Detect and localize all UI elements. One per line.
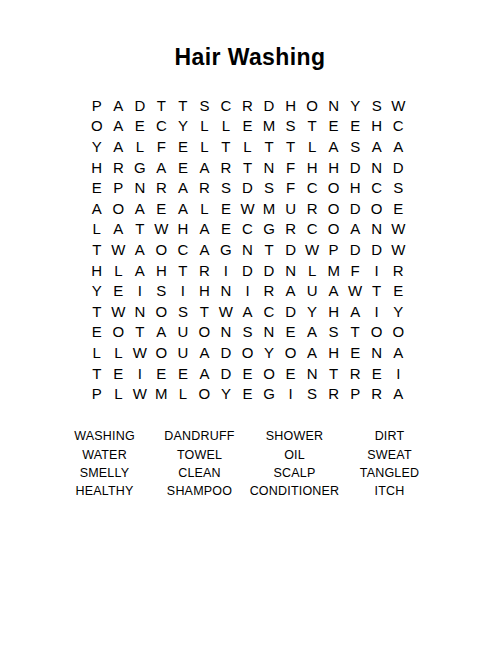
grid-cell-r2c9: M [258,116,280,137]
grid-cell-r7c3: T [129,219,151,240]
grid-cell-r12c15: O [387,322,409,343]
grid-cell-r14c11: N [301,363,323,384]
grid-cell-r1c9: D [258,95,280,116]
grid-cell-r3c4: F [151,136,173,157]
grid-cell-r8c15: W [387,239,409,260]
grid-cell-r7c2: A [108,219,130,240]
grid-cell-r5c8: D [237,177,259,198]
grid-cell-r6c5: A [172,198,194,219]
grid-cell-r5c14: C [366,177,388,198]
grid-cell-r6c15: E [387,198,409,219]
grid-cell-r11c4: O [151,301,173,322]
grid-cell-r8c14: D [366,239,388,260]
grid-cell-r11c12: H [323,301,345,322]
grid-cell-r7c10: R [280,219,302,240]
grid-cell-r6c12: O [323,198,345,219]
grid-cell-r9c5: T [172,260,194,281]
word-list-item-tangled: TANGLED [342,464,437,482]
grid-cell-r12c7: N [215,322,237,343]
grid-cell-r15c5: L [172,383,194,404]
grid-cell-r13c5: U [172,342,194,363]
grid-cell-r15c9: G [258,383,280,404]
grid-cell-r3c10: T [280,136,302,157]
grid-cell-r7c12: O [323,219,345,240]
word-list-item-shampoo: SHAMPOO [152,482,247,500]
grid-cell-r3c7: T [215,136,237,157]
word-list-item-oil: OIL [247,445,342,463]
grid-cell-r1c3: D [129,95,151,116]
grid-cell-r10c13: W [344,280,366,301]
grid-cell-r14c1: T [86,363,108,384]
grid-cell-r13c3: W [129,342,151,363]
grid-cell-r4c9: N [258,157,280,178]
grid-cell-r1c4: T [151,95,173,116]
grid-cell-r2c5: Y [172,116,194,137]
grid-cell-r7c1: L [86,219,108,240]
grid-cell-r9c12: M [323,260,345,281]
grid-cell-r13c14: N [366,342,388,363]
grid-cell-r6c7: E [215,198,237,219]
grid-cell-r1c5: T [172,95,194,116]
grid-cell-r15c3: W [129,383,151,404]
grid-cell-r8c10: D [280,239,302,260]
grid-cell-r8c9: T [258,239,280,260]
word-list-item-smelly: SMELLY [57,464,152,482]
grid-cell-r6c2: O [108,198,130,219]
grid-cell-r15c14: R [366,383,388,404]
grid-cell-r6c14: O [366,198,388,219]
grid-cell-r10c8: I [237,280,259,301]
grid-cell-r3c13: S [344,136,366,157]
grid-cell-r8c8: N [237,239,259,260]
grid-cell-r7c15: W [387,219,409,240]
word-list-item-scalp: SCALP [247,464,342,482]
grid-cell-r5c5: A [172,177,194,198]
grid-cell-r4c2: R [108,157,130,178]
grid-cell-r10c6: H [194,280,216,301]
grid-cell-r2c1: O [86,116,108,137]
grid-cell-r4c7: R [215,157,237,178]
grid-cell-r1c1: P [86,95,108,116]
grid-cell-r7c9: G [258,219,280,240]
grid-cell-r11c10: D [280,301,302,322]
grid-cell-r2c2: A [108,116,130,137]
grid-cell-r9c15: R [387,260,409,281]
grid-cell-r4c14: N [366,157,388,178]
word-list-item-dirt: DIRT [342,427,437,445]
grid-cell-r5c10: F [280,177,302,198]
grid-cell-r11c1: T [86,301,108,322]
grid-cell-r9c11: L [301,260,323,281]
grid-cell-r10c7: N [215,280,237,301]
grid-cell-r10c5: I [172,280,194,301]
grid-cell-r2c7: L [215,116,237,137]
grid-cell-r15c15: A [387,383,409,404]
word-list-item-water: WATER [57,445,152,463]
grid-cell-r14c13: R [344,363,366,384]
grid-cell-r7c13: A [344,219,366,240]
grid-cell-r7c5: H [172,219,194,240]
grid-cell-r3c11: L [301,136,323,157]
grid-cell-r3c9: T [258,136,280,157]
grid-cell-r3c5: E [172,136,194,157]
grid-cell-r5c2: P [108,177,130,198]
grid-cell-r14c12: T [323,363,345,384]
grid-cell-r13c13: E [344,342,366,363]
word-list-item-shower: SHOWER [247,427,342,445]
grid-cell-r15c7: Y [215,383,237,404]
grid-cell-r10c3: I [129,280,151,301]
grid-cell-r5c13: H [344,177,366,198]
grid-cell-r9c9: D [258,260,280,281]
grid-cell-r6c10: U [280,198,302,219]
grid-cell-r9c7: I [215,260,237,281]
grid-cell-r12c14: O [366,322,388,343]
grid-cell-r13c9: Y [258,342,280,363]
grid-cell-r3c3: L [129,136,151,157]
grid-cell-r11c15: Y [387,301,409,322]
grid-cell-r1c8: R [237,95,259,116]
grid-cell-r6c13: D [344,198,366,219]
grid-cell-r12c12: S [323,322,345,343]
grid-cell-r13c1: L [86,342,108,363]
grid-cell-r4c6: A [194,157,216,178]
puzzle-title: Hair Washing [0,44,500,71]
grid-cell-r9c13: F [344,260,366,281]
grid-cell-r5c1: E [86,177,108,198]
grid-cell-r13c11: A [301,342,323,363]
grid-cell-r14c15: I [387,363,409,384]
word-list-item-sweat: SWEAT [342,445,437,463]
grid-cell-r13c2: L [108,342,130,363]
grid-cell-r14c8: E [237,363,259,384]
grid-cell-r7c11: C [301,219,323,240]
grid-cell-r3c15: A [387,136,409,157]
grid-cell-r8c5: C [172,239,194,260]
grid-cell-r5c11: C [301,177,323,198]
grid-cell-r15c6: O [194,383,216,404]
word-list-item-itch: ITCH [342,482,437,500]
grid-cell-r1c13: Y [344,95,366,116]
grid-cell-r13c6: A [194,342,216,363]
grid-cell-r10c12: A [323,280,345,301]
grid-cell-r8c7: G [215,239,237,260]
grid-cell-r13c7: D [215,342,237,363]
grid-cell-r15c13: P [344,383,366,404]
grid-cell-r1c15: W [387,95,409,116]
grid-cell-r7c8: C [237,219,259,240]
grid-cell-r1c2: A [108,95,130,116]
grid-cell-r15c4: M [151,383,173,404]
grid-cell-r1c11: O [301,95,323,116]
grid-cell-r8c2: W [108,239,130,260]
grid-cell-r5c6: R [194,177,216,198]
grid-cell-r6c3: A [129,198,151,219]
grid-cell-r7c7: E [215,219,237,240]
grid-cell-r9c14: I [366,260,388,281]
grid-cell-r2c3: E [129,116,151,137]
grid-cell-r12c9: N [258,322,280,343]
grid-cell-r14c3: I [129,363,151,384]
grid-cell-r2c14: H [366,116,388,137]
grid-cell-r15c10: I [280,383,302,404]
word-list-item-conditioner: CONDITIONER [247,482,342,500]
grid-cell-r14c14: E [366,363,388,384]
grid-cell-r2c10: S [280,116,302,137]
grid-cell-r9c8: D [237,260,259,281]
grid-cell-r5c7: S [215,177,237,198]
grid-cell-r5c12: O [323,177,345,198]
grid-cell-r11c7: W [215,301,237,322]
grid-cell-r10c11: U [301,280,323,301]
grid-cell-r4c15: D [387,157,409,178]
grid-cell-r9c6: R [194,260,216,281]
grid-cell-r12c3: T [129,322,151,343]
grid-cell-r1c7: C [215,95,237,116]
grid-cell-r11c6: T [194,301,216,322]
grid-cell-r8c4: O [151,239,173,260]
grid-cell-r7c14: N [366,219,388,240]
grid-cell-r6c1: A [86,198,108,219]
grid-cell-r3c8: L [237,136,259,157]
grid-cell-r3c12: A [323,136,345,157]
grid-cell-r15c12: R [323,383,345,404]
word-list: WASHINGDANDRUFFSHOWERDIRTWATERTOWELOILSW… [57,427,437,501]
grid-cell-r9c2: L [108,260,130,281]
grid-cell-r12c4: A [151,322,173,343]
grid-cell-r10c2: E [108,280,130,301]
grid-cell-r3c1: Y [86,136,108,157]
grid-cell-r12c5: U [172,322,194,343]
grid-cell-r15c2: L [108,383,130,404]
grid-cell-r11c5: S [172,301,194,322]
grid-cell-r6c11: R [301,198,323,219]
grid-cell-r4c5: E [172,157,194,178]
grid-cell-r5c3: N [129,177,151,198]
grid-cell-r3c14: A [366,136,388,157]
grid-cell-r4c10: F [280,157,302,178]
grid-cell-r3c2: A [108,136,130,157]
grid-cell-r1c12: N [323,95,345,116]
grid-cell-r6c9: M [258,198,280,219]
grid-cell-r6c6: L [194,198,216,219]
grid-cell-r5c15: S [387,177,409,198]
grid-cell-r11c9: C [258,301,280,322]
grid-cell-r3c6: L [194,136,216,157]
grid-cell-r9c10: N [280,260,302,281]
grid-cell-r12c6: O [194,322,216,343]
grid-cell-r1c14: S [366,95,388,116]
grid-cell-r14c5: E [172,363,194,384]
grid-cell-r1c10: H [280,95,302,116]
grid-cell-r14c7: D [215,363,237,384]
grid-cell-r9c1: H [86,260,108,281]
grid-cell-r9c3: A [129,260,151,281]
grid-cell-r2c8: E [237,116,259,137]
grid-cell-r13c8: O [237,342,259,363]
grid-cell-r1c6: S [194,95,216,116]
word-list-item-healthy: HEALTHY [57,482,152,500]
grid-cell-r5c9: S [258,177,280,198]
grid-cell-r4c4: A [151,157,173,178]
grid-cell-r15c11: S [301,383,323,404]
grid-cell-r13c12: H [323,342,345,363]
grid-cell-r12c1: E [86,322,108,343]
grid-cell-r9c4: H [151,260,173,281]
grid-cell-r12c13: T [344,322,366,343]
grid-cell-r10c1: Y [86,280,108,301]
grid-cell-r12c8: S [237,322,259,343]
word-list-item-washing: WASHING [57,427,152,445]
grid-cell-r8c1: T [86,239,108,260]
grid-cell-r4c11: H [301,157,323,178]
grid-cell-r10c15: E [387,280,409,301]
grid-cell-r14c4: E [151,363,173,384]
grid-cell-r2c11: T [301,116,323,137]
grid-cell-r8c6: A [194,239,216,260]
grid-cell-r15c1: P [86,383,108,404]
grid-cell-r10c14: T [366,280,388,301]
grid-cell-r15c8: E [237,383,259,404]
grid-cell-r7c6: A [194,219,216,240]
grid-cell-r2c4: C [151,116,173,137]
grid-cell-r4c13: D [344,157,366,178]
grid-cell-r12c11: A [301,322,323,343]
grid-cell-r10c10: A [280,280,302,301]
grid-cell-r4c1: H [86,157,108,178]
word-list-item-dandruff: DANDRUFF [152,427,247,445]
grid-cell-r2c15: C [387,116,409,137]
grid-cell-r13c15: A [387,342,409,363]
word-search-page: Hair Washing PADTTSCRDHONYSWOAECYLLEMSTE… [0,0,500,647]
grid-cell-r4c8: T [237,157,259,178]
grid-cell-r10c9: R [258,280,280,301]
grid-cell-r10c4: S [151,280,173,301]
grid-cell-r13c4: O [151,342,173,363]
grid-cell-r4c12: H [323,157,345,178]
grid-cell-r14c2: E [108,363,130,384]
grid-cell-r14c9: O [258,363,280,384]
grid-cell-r12c2: O [108,322,130,343]
grid-cell-r11c14: I [366,301,388,322]
grid-cell-r8c11: W [301,239,323,260]
grid-cell-r11c3: N [129,301,151,322]
word-list-item-clean: CLEAN [152,464,247,482]
word-list-item-towel: TOWEL [152,445,247,463]
grid-cell-r2c13: E [344,116,366,137]
grid-cell-r5c4: R [151,177,173,198]
grid-cell-r8c12: P [323,239,345,260]
letter-grid: PADTTSCRDHONYSWOAECYLLEMSTEEHCYALFELTLTT… [86,95,409,404]
grid-cell-r11c2: W [108,301,130,322]
grid-cell-r13c10: O [280,342,302,363]
grid-cell-r4c3: G [129,157,151,178]
grid-cell-r14c10: E [280,363,302,384]
grid-cell-r11c13: A [344,301,366,322]
grid-cell-r8c13: D [344,239,366,260]
grid-cell-r11c8: A [237,301,259,322]
grid-cell-r6c4: E [151,198,173,219]
grid-cell-r12c10: E [280,322,302,343]
grid-cell-r2c6: L [194,116,216,137]
grid-cell-r6c8: W [237,198,259,219]
grid-cell-r14c6: A [194,363,216,384]
grid-cell-r11c11: Y [301,301,323,322]
grid-cell-r2c12: E [323,116,345,137]
grid-cell-r7c4: W [151,219,173,240]
grid-cell-r8c3: A [129,239,151,260]
